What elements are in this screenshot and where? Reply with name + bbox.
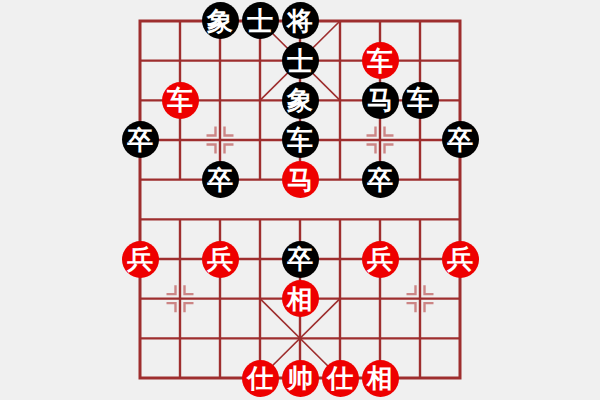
point-c3-r5[interactable] (240, 200, 280, 240)
point-c0-r1[interactable] (120, 41, 160, 81)
point-c8-r7[interactable] (440, 279, 480, 319)
point-c6-r5[interactable] (360, 200, 400, 240)
piece-red-chariot[interactable]: 车 (162, 82, 199, 119)
point-c2-r2[interactable] (200, 80, 240, 120)
point-c0-r7[interactable] (120, 279, 160, 319)
point-c4-r8[interactable] (280, 319, 320, 359)
point-c7-r3[interactable] (400, 120, 440, 160)
point-c3-r6[interactable] (240, 239, 280, 279)
point-c8-r3[interactable]: 卒 (440, 120, 480, 160)
point-c4-r3[interactable]: 车 (280, 120, 320, 160)
point-c8-r4[interactable] (440, 160, 480, 200)
point-c5-r3[interactable] (320, 120, 360, 160)
point-c3-r0[interactable]: 士 (240, 1, 280, 41)
point-c1-r8[interactable] (160, 319, 200, 359)
piece-black-advisor[interactable]: 士 (242, 2, 279, 39)
point-c6-r3[interactable] (360, 120, 400, 160)
point-c0-r2[interactable] (120, 80, 160, 120)
point-c1-r1[interactable] (160, 41, 200, 81)
piece-black-pawn[interactable]: 卒 (122, 121, 159, 158)
point-c7-r2[interactable]: 车 (400, 80, 440, 120)
board-grid: 象士将士车车象马车卒车卒卒马卒兵兵卒兵兵相仕帅仕相 (120, 1, 480, 398)
point-c0-r5[interactable] (120, 200, 160, 240)
point-c6-r6[interactable]: 兵 (360, 239, 400, 279)
piece-black-pawn[interactable]: 卒 (202, 161, 239, 198)
piece-black-horse[interactable]: 马 (362, 82, 399, 119)
point-c4-r5[interactable] (280, 200, 320, 240)
point-c8-r2[interactable] (440, 80, 480, 120)
point-c3-r7[interactable] (240, 279, 280, 319)
point-c2-r7[interactable] (200, 279, 240, 319)
point-c8-r6[interactable]: 兵 (440, 239, 480, 279)
point-c1-r5[interactable] (160, 200, 200, 240)
point-c2-r9[interactable] (200, 358, 240, 398)
point-c1-r9[interactable] (160, 358, 200, 398)
piece-black-advisor[interactable]: 士 (282, 42, 319, 79)
piece-black-general[interactable]: 将 (282, 2, 319, 39)
point-c7-r9[interactable] (400, 358, 440, 398)
point-c2-r6[interactable]: 兵 (200, 239, 240, 279)
piece-red-advisor[interactable]: 仕 (242, 360, 279, 397)
point-c7-r8[interactable] (400, 319, 440, 359)
point-c1-r6[interactable] (160, 239, 200, 279)
point-c2-r1[interactable] (200, 41, 240, 81)
point-c2-r8[interactable] (200, 319, 240, 359)
point-c4-r6[interactable]: 卒 (280, 239, 320, 279)
point-c3-r3[interactable] (240, 120, 280, 160)
point-c3-r4[interactable] (240, 160, 280, 200)
point-c7-r6[interactable] (400, 239, 440, 279)
point-c6-r1[interactable]: 车 (360, 41, 400, 81)
xiangqi-board: 象士将士车车象马车卒车卒卒马卒兵兵卒兵兵相仕帅仕相 (0, 0, 600, 400)
point-c5-r1[interactable] (320, 41, 360, 81)
point-c7-r1[interactable] (400, 41, 440, 81)
point-c0-r4[interactable] (120, 160, 160, 200)
point-c2-r5[interactable] (200, 200, 240, 240)
point-c5-r7[interactable] (320, 279, 360, 319)
point-c5-r8[interactable] (320, 319, 360, 359)
point-c0-r6[interactable]: 兵 (120, 239, 160, 279)
piece-red-elephant[interactable]: 相 (282, 280, 319, 317)
point-c4-r7[interactable]: 相 (280, 279, 320, 319)
point-c5-r4[interactable] (320, 160, 360, 200)
point-c5-r6[interactable] (320, 239, 360, 279)
point-c3-r9[interactable]: 仕 (240, 358, 280, 398)
piece-black-chariot[interactable]: 车 (402, 82, 439, 119)
point-c8-r5[interactable] (440, 200, 480, 240)
point-c5-r0[interactable] (320, 1, 360, 41)
point-c6-r0[interactable] (360, 1, 400, 41)
point-c0-r3[interactable]: 卒 (120, 120, 160, 160)
point-c4-r4[interactable]: 马 (280, 160, 320, 200)
piece-red-chariot[interactable]: 车 (362, 42, 399, 79)
point-c7-r7[interactable] (400, 279, 440, 319)
point-c1-r0[interactable] (160, 1, 200, 41)
point-c1-r3[interactable] (160, 120, 200, 160)
point-c4-r0[interactable]: 将 (280, 1, 320, 41)
point-c2-r3[interactable] (200, 120, 240, 160)
piece-black-pawn[interactable]: 卒 (282, 241, 319, 278)
point-c6-r9[interactable]: 相 (360, 358, 400, 398)
point-c8-r1[interactable] (440, 41, 480, 81)
piece-red-pawn[interactable]: 兵 (362, 241, 399, 278)
point-c1-r7[interactable] (160, 279, 200, 319)
piece-black-pawn[interactable]: 卒 (442, 121, 479, 158)
point-c4-r2[interactable]: 象 (280, 80, 320, 120)
point-c3-r8[interactable] (240, 319, 280, 359)
piece-red-general[interactable]: 帅 (282, 360, 319, 397)
piece-black-elephant[interactable]: 象 (282, 82, 319, 119)
point-c7-r0[interactable] (400, 1, 440, 41)
point-c1-r4[interactable] (160, 160, 200, 200)
point-c8-r0[interactable] (440, 1, 480, 41)
piece-red-elephant[interactable]: 相 (362, 360, 399, 397)
point-c3-r1[interactable] (240, 41, 280, 81)
point-c5-r2[interactable] (320, 80, 360, 120)
piece-black-pawn[interactable]: 卒 (362, 161, 399, 198)
point-c3-r2[interactable] (240, 80, 280, 120)
point-c2-r0[interactable]: 象 (200, 1, 240, 41)
point-c4-r9[interactable]: 帅 (280, 358, 320, 398)
point-c4-r1[interactable]: 士 (280, 41, 320, 81)
point-c6-r7[interactable] (360, 279, 400, 319)
point-c0-r9[interactable] (120, 358, 160, 398)
piece-red-pawn[interactable]: 兵 (202, 241, 239, 278)
piece-red-pawn[interactable]: 兵 (122, 241, 159, 278)
point-c6-r8[interactable] (360, 319, 400, 359)
point-c5-r5[interactable] (320, 200, 360, 240)
piece-red-pawn[interactable]: 兵 (442, 241, 479, 278)
point-c5-r9[interactable]: 仕 (320, 358, 360, 398)
point-c8-r8[interactable] (440, 319, 480, 359)
point-c8-r9[interactable] (440, 358, 480, 398)
point-c6-r4[interactable]: 卒 (360, 160, 400, 200)
point-c1-r2[interactable]: 车 (160, 80, 200, 120)
point-c2-r4[interactable]: 卒 (200, 160, 240, 200)
point-c7-r5[interactable] (400, 200, 440, 240)
piece-red-advisor[interactable]: 仕 (322, 360, 359, 397)
point-c6-r2[interactable]: 马 (360, 80, 400, 120)
point-c7-r4[interactable] (400, 160, 440, 200)
piece-red-horse[interactable]: 马 (282, 161, 319, 198)
point-c0-r8[interactable] (120, 319, 160, 359)
point-c0-r0[interactable] (120, 1, 160, 41)
piece-black-chariot[interactable]: 车 (282, 121, 319, 158)
piece-black-elephant[interactable]: 象 (202, 2, 239, 39)
